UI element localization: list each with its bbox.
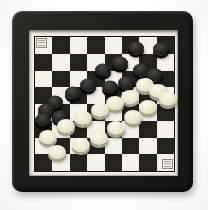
black-checker-piece[interactable] <box>118 77 134 90</box>
black-checker-piece[interactable] <box>35 114 51 127</box>
white-checker-piece[interactable] <box>72 138 90 152</box>
product-photo <box>0 0 208 210</box>
black-checker-piece[interactable] <box>102 81 118 94</box>
white-checker-piece[interactable] <box>91 103 109 117</box>
black-checker-piece[interactable] <box>65 86 81 99</box>
board-mat <box>29 30 178 176</box>
white-checker-piece[interactable] <box>48 145 66 159</box>
black-checker-piece[interactable] <box>112 57 128 70</box>
black-checker-piece[interactable] <box>80 78 96 91</box>
white-checker-piece[interactable] <box>39 130 57 144</box>
white-checker-piece[interactable] <box>124 110 142 124</box>
pieces-layer <box>34 36 175 172</box>
black-checker-piece[interactable] <box>95 64 111 77</box>
white-checker-piece[interactable] <box>159 92 177 106</box>
black-checker-piece[interactable] <box>128 41 144 54</box>
board-frame <box>12 11 193 192</box>
white-checker-piece[interactable] <box>74 111 92 125</box>
white-checker-piece[interactable] <box>107 121 125 135</box>
white-checker-piece[interactable] <box>57 119 75 133</box>
white-checker-piece[interactable] <box>90 131 108 145</box>
white-checker-piece[interactable] <box>139 100 157 114</box>
black-checker-piece[interactable] <box>153 43 169 56</box>
